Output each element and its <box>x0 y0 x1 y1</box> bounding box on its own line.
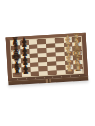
board-grid <box>11 37 83 77</box>
board-frame <box>6 33 88 82</box>
hinge-seam <box>48 79 49 83</box>
product-photo: ♜♟♟♜♞♟♟♞♝♟♟♝♛♟♟♛♚♟♟♚♝♟♟♝♞♟♟♞♜♟♟♜ <box>0 0 95 126</box>
board-square <box>48 70 57 75</box>
coordinate-mark <box>70 75 71 76</box>
board-square <box>56 69 65 74</box>
board-square <box>74 68 83 73</box>
chess-board: ♜♟♟♜♞♟♟♞♝♟♟♝♛♟♟♛♚♟♟♚♝♟♟♝♞♟♟♞♜♟♟♜ <box>6 33 89 86</box>
board-square <box>30 71 39 76</box>
coordinate-mark <box>35 77 36 78</box>
board-square <box>39 70 48 75</box>
board-square <box>13 72 22 77</box>
coordinate-mark <box>52 76 53 77</box>
board-square <box>21 72 30 77</box>
coordinate-mark <box>61 76 62 77</box>
coordinate-mark <box>44 77 45 78</box>
coordinate-mark <box>17 78 18 79</box>
coordinate-mark <box>79 75 80 76</box>
hinge <box>46 79 51 83</box>
coordinate-mark <box>26 78 27 79</box>
board-square <box>65 69 74 74</box>
